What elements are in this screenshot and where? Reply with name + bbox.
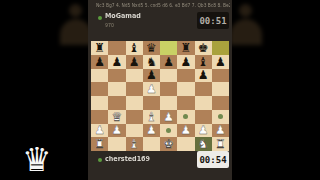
white-queen-b3[interactable]: ♛ [111, 110, 122, 122]
square-b5[interactable] [108, 82, 125, 96]
silhouette-head [239, 4, 252, 17]
square-c4[interactable] [126, 96, 143, 110]
square-d4[interactable] [143, 96, 160, 110]
move-hint-dot-f3[interactable] [183, 114, 188, 119]
blurred-avatar-silhouette-right [228, 4, 264, 48]
square-g8[interactable]: ♚ [195, 41, 212, 55]
square-f1[interactable] [177, 137, 194, 151]
square-g4[interactable] [195, 96, 212, 110]
square-h2[interactable]: ♟ [212, 124, 229, 138]
square-b1[interactable] [108, 137, 125, 151]
square-a7[interactable]: ♟ [91, 55, 108, 69]
square-f8[interactable]: ♜ [177, 41, 194, 55]
white-rook-h1[interactable]: ♜ [215, 138, 226, 150]
black-pawn-e7[interactable]: ♟ [163, 55, 174, 67]
white-rook-a1[interactable]: ♜ [94, 138, 105, 150]
square-h6[interactable] [212, 69, 229, 83]
black-clock-time: 00:51 [199, 16, 226, 26]
black-knight-d7[interactable]: ♞ [146, 55, 157, 67]
square-d6[interactable]: ♟ [143, 69, 160, 83]
square-d7[interactable]: ♞ [143, 55, 160, 69]
move-hint-dot-h3[interactable] [218, 114, 223, 119]
white-pawn-g2[interactable]: ♟ [198, 124, 209, 136]
black-pawn-g6[interactable]: ♟ [198, 69, 209, 81]
square-a8[interactable]: ♜ [91, 41, 108, 55]
square-g2[interactable]: ♟ [195, 124, 212, 138]
black-bishop-g7[interactable]: ♝ [198, 55, 209, 67]
square-d1[interactable] [143, 137, 160, 151]
bottom-player-name[interactable]: chersted169 [105, 155, 161, 164]
square-e6[interactable] [160, 69, 177, 83]
square-b3[interactable]: ♛ [108, 110, 125, 124]
white-knight-g1[interactable]: ♞ [198, 138, 209, 150]
black-pawn-c7[interactable]: ♟ [129, 55, 140, 67]
square-c2[interactable] [126, 124, 143, 138]
screenshot-stage: Nc3 Bg7 4. Nd5 Nxd5 5. cxd5 d6 6. e3 Bd7… [0, 0, 320, 180]
black-rook-a8[interactable]: ♜ [94, 41, 105, 53]
square-c3[interactable] [126, 110, 143, 124]
square-c7[interactable]: ♟ [126, 55, 143, 69]
white-king-e1[interactable]: ♚ [163, 138, 174, 150]
online-dot-top [98, 16, 102, 20]
black-clock: 00:51 [197, 12, 229, 29]
square-c6[interactable] [126, 69, 143, 83]
square-h8[interactable] [212, 41, 229, 55]
square-a5[interactable] [91, 82, 108, 96]
white-pawn-h2[interactable]: ♟ [215, 124, 226, 136]
top-player-rating: 970 [105, 22, 120, 29]
black-queen-d8[interactable]: ♛ [146, 41, 157, 53]
square-f4[interactable] [177, 96, 194, 110]
square-g6[interactable]: ♟ [195, 69, 212, 83]
white-bishop-c1[interactable]: ♝ [129, 138, 140, 150]
square-f6[interactable] [177, 69, 194, 83]
black-pawn-f7[interactable]: ♟ [180, 55, 191, 67]
square-b4[interactable] [108, 96, 125, 110]
black-pawn-d6[interactable]: ♟ [146, 69, 157, 81]
black-pawn-h7[interactable]: ♟ [215, 55, 226, 67]
square-f5[interactable] [177, 82, 194, 96]
white-pawn-d2[interactable]: ♟ [146, 124, 157, 136]
black-pawn-b7[interactable]: ♟ [111, 55, 122, 67]
square-e7[interactable]: ♟ [160, 55, 177, 69]
square-f2[interactable]: ♟ [177, 124, 194, 138]
square-a6[interactable] [91, 69, 108, 83]
square-a3[interactable] [91, 110, 108, 124]
white-pawn-b2[interactable]: ♟ [111, 124, 122, 136]
black-bishop-c8[interactable]: ♝ [129, 41, 140, 53]
square-e3[interactable]: ♟ [160, 110, 177, 124]
square-g5[interactable] [195, 82, 212, 96]
white-clock-active: 00:54 [197, 151, 229, 168]
square-h3[interactable] [212, 110, 229, 124]
square-c8[interactable]: ♝ [126, 41, 143, 55]
square-e2[interactable] [160, 124, 177, 138]
square-f7[interactable]: ♟ [177, 55, 194, 69]
square-e5[interactable] [160, 82, 177, 96]
square-c5[interactable] [126, 82, 143, 96]
silhouette-shoulders [230, 19, 262, 45]
black-pawn-a7[interactable]: ♟ [94, 55, 105, 67]
white-pawn-e3[interactable]: ♟ [163, 110, 174, 122]
top-player-name[interactable]: MoGamad [105, 12, 150, 21]
square-b2[interactable]: ♟ [108, 124, 125, 138]
square-g7[interactable]: ♝ [195, 55, 212, 69]
square-b6[interactable] [108, 69, 125, 83]
move-list-text: Nc3 Bg7 4. Nd5 Nxd5 5. cxd5 d6 6. e3 Bd7… [96, 3, 230, 8]
square-e1[interactable]: ♚ [160, 137, 177, 151]
square-d8[interactable]: ♛ [143, 41, 160, 55]
square-a1[interactable]: ♜ [91, 137, 108, 151]
square-h4[interactable] [212, 96, 229, 110]
square-g3[interactable] [195, 110, 212, 124]
silhouette-head [69, 4, 82, 17]
square-b8[interactable] [108, 41, 125, 55]
online-dot-bottom [98, 158, 102, 162]
square-e4[interactable] [160, 96, 177, 110]
square-h1[interactable]: ♜ [212, 137, 229, 151]
square-f3[interactable] [177, 110, 194, 124]
square-h5[interactable] [212, 82, 229, 96]
move-hint-dot-e2[interactable] [166, 128, 171, 133]
white-pawn-a2[interactable]: ♟ [94, 124, 105, 136]
white-pawn-d5[interactable]: ♟ [146, 83, 157, 95]
white-pawn-f2[interactable]: ♟ [180, 124, 191, 136]
square-a4[interactable] [91, 96, 108, 110]
square-a2[interactable]: ♟ [91, 124, 108, 138]
square-c1[interactable]: ♝ [126, 137, 143, 151]
white-bishop-d3[interactable]: ♝ [146, 110, 157, 122]
chess-board[interactable]: ♜♝♛♜♚♟♟♟♞♟♟♝♟♟♟♟♛♝♟♟♟♟♟♟♟♜♝♚♞♜ [91, 41, 229, 151]
move-list[interactable]: Nc3 Bg7 4. Nd5 Nxd5 5. cxd5 d6 6. e3 Bd7… [96, 1, 230, 11]
square-d3[interactable]: ♝ [143, 110, 160, 124]
square-b7[interactable]: ♟ [108, 55, 125, 69]
white-clock-time: 00:54 [199, 155, 226, 165]
black-rook-f8[interactable]: ♜ [180, 41, 191, 53]
square-d2[interactable]: ♟ [143, 124, 160, 138]
square-h7[interactable]: ♟ [212, 55, 229, 69]
black-king-g8[interactable]: ♚ [198, 41, 209, 53]
queen-watermark-icon: ♛ [22, 143, 52, 176]
square-d5[interactable]: ♟ [143, 82, 160, 96]
square-e8[interactable] [160, 41, 177, 55]
square-g1[interactable]: ♞ [195, 137, 212, 151]
